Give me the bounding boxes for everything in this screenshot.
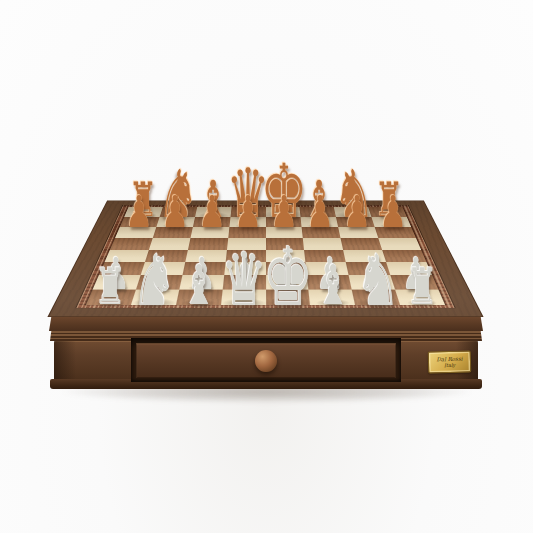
- piece-white-knight[interactable]: ♞: [355, 245, 400, 316]
- drawer-knob[interactable]: [255, 350, 277, 372]
- piece-white-knight[interactable]: ♞: [132, 245, 177, 316]
- piece-black-pawn[interactable]: ♟: [125, 190, 153, 234]
- piece-white-queen[interactable]: ♛: [221, 243, 267, 317]
- piece-black-pawn[interactable]: ♟: [307, 190, 335, 234]
- piece-black-pawn[interactable]: ♟: [234, 190, 262, 234]
- product-photo-scene: Dal Rossi Italy ♜♞♝♛♚♝♞♜♟♟♟♟♟♟♟♟♟♟♟♟♟♟♟♟…: [0, 0, 533, 533]
- plaque-origin-text: Italy: [444, 362, 456, 368]
- piece-black-pawn[interactable]: ♟: [379, 190, 407, 234]
- piece-white-rook[interactable]: ♜: [94, 262, 126, 313]
- piece-white-bishop[interactable]: ♝: [316, 258, 351, 313]
- brand-plaque: Dal Rossi Italy: [428, 350, 472, 373]
- piece-white-king[interactable]: ♚: [263, 237, 313, 317]
- piece-black-pawn[interactable]: ♟: [162, 190, 190, 234]
- piece-black-pawn[interactable]: ♟: [343, 190, 371, 234]
- piece-white-bishop[interactable]: ♝: [182, 258, 217, 313]
- piece-black-pawn[interactable]: ♟: [198, 190, 226, 234]
- piece-white-rook[interactable]: ♜: [406, 262, 438, 313]
- piece-black-pawn[interactable]: ♟: [270, 190, 298, 234]
